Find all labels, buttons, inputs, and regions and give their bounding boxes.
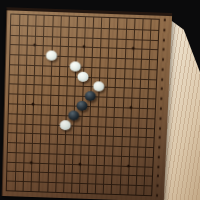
edge-coordinate-mark — [159, 127, 161, 130]
board-cell[interactable] — [16, 133, 24, 143]
board-cell[interactable] — [26, 74, 34, 84]
board-cell[interactable] — [11, 15, 19, 25]
board-cell[interactable] — [9, 94, 17, 104]
board-cell[interactable] — [18, 45, 26, 55]
board-cell[interactable] — [18, 55, 26, 65]
edge-coordinate-mark — [156, 194, 158, 197]
board-cell[interactable] — [148, 69, 157, 79]
board-cell[interactable] — [26, 65, 34, 75]
board-cell[interactable] — [27, 15, 35, 25]
board-cell[interactable] — [144, 157, 152, 167]
board-cell[interactable] — [18, 64, 26, 74]
edge-coordinate-mark — [157, 165, 159, 168]
board-cell[interactable] — [35, 25, 43, 35]
edge-coordinate-mark — [162, 48, 164, 51]
go-grid[interactable] — [6, 14, 160, 197]
board-cell[interactable] — [16, 142, 24, 152]
board-cell[interactable] — [10, 44, 18, 54]
board-cell[interactable] — [147, 98, 156, 108]
edge-coordinate-mark — [156, 184, 158, 187]
hoshi-star-point — [33, 44, 36, 47]
board-cell[interactable] — [18, 74, 26, 84]
board-cell[interactable] — [145, 137, 153, 147]
board-cell[interactable] — [10, 54, 18, 64]
edge-coordinate-mark — [158, 156, 160, 159]
edge-coordinate-mark — [162, 68, 164, 71]
board-cell[interactable] — [7, 161, 15, 171]
board-cell[interactable] — [19, 25, 27, 35]
board-cell[interactable] — [9, 113, 17, 123]
board-cell[interactable] — [8, 152, 16, 162]
hoshi-star-point — [32, 103, 35, 106]
board-cell[interactable] — [148, 59, 157, 69]
board-cell[interactable] — [11, 34, 19, 44]
hoshi-star-point — [78, 162, 81, 165]
board-cell[interactable] — [17, 104, 25, 114]
board-cell[interactable] — [11, 25, 19, 35]
edge-coordinate-mark — [160, 107, 162, 110]
board-cell[interactable] — [17, 113, 25, 123]
board-cell[interactable] — [17, 94, 25, 104]
edge-coordinate-mark — [161, 78, 163, 81]
board-cell[interactable] — [10, 64, 18, 74]
edge-coordinate-mark — [161, 88, 163, 91]
board-cell[interactable] — [19, 15, 27, 25]
board-cell[interactable] — [149, 39, 158, 49]
board-cell[interactable] — [143, 185, 151, 195]
hoshi-star-point — [131, 47, 134, 50]
board-cell[interactable] — [25, 84, 33, 94]
board-cell[interactable] — [150, 29, 159, 39]
board-cell[interactable] — [17, 84, 25, 94]
board-cell[interactable] — [146, 128, 154, 138]
board-cell[interactable] — [144, 176, 152, 186]
board-cell[interactable] — [8, 142, 16, 152]
edge-coordinate-mark — [157, 175, 159, 178]
hoshi-star-point — [82, 45, 85, 48]
board-cell[interactable] — [149, 49, 158, 59]
edge-coordinate-mark — [164, 18, 166, 21]
board-cell[interactable] — [19, 35, 27, 45]
edge-coordinate-mark — [163, 28, 165, 31]
board-cell[interactable] — [8, 123, 16, 133]
board-cell[interactable] — [16, 123, 24, 133]
board-cell[interactable] — [8, 132, 16, 142]
hoshi-star-point — [30, 161, 33, 164]
board-cell[interactable] — [27, 25, 35, 35]
edge-coordinate-mark — [159, 117, 161, 120]
board-cell[interactable] — [36, 15, 44, 25]
board-cell[interactable] — [150, 19, 159, 29]
board-cell[interactable] — [10, 74, 18, 84]
board-cell[interactable] — [144, 166, 152, 176]
board-cell[interactable] — [146, 118, 155, 128]
board-cell[interactable] — [9, 103, 17, 113]
edge-coordinate-mark — [159, 136, 161, 139]
board-cell[interactable] — [145, 147, 153, 157]
board-cell[interactable] — [9, 84, 17, 94]
board-cell[interactable] — [148, 79, 157, 89]
edge-coordinate-mark — [163, 38, 165, 41]
board-cell[interactable] — [146, 108, 155, 118]
board-cell[interactable] — [7, 171, 15, 181]
edge-coordinate-mark — [160, 97, 162, 100]
board-cell[interactable] — [147, 89, 156, 99]
edge-coordinate-mark — [158, 146, 160, 149]
board-cell[interactable] — [26, 55, 34, 65]
go-board[interactable] — [2, 7, 173, 200]
go-board-photo — [0, 0, 200, 200]
edge-coordinate-mark — [162, 58, 164, 61]
